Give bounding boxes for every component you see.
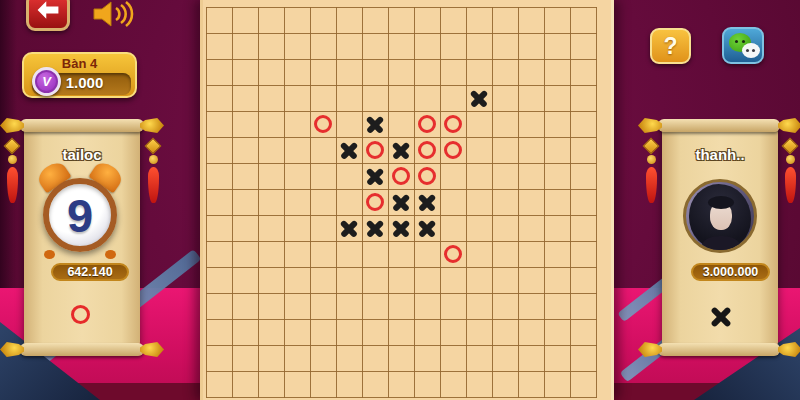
right-player-symbol-x (708, 304, 734, 330)
timer-seconds: 9 (43, 178, 117, 252)
black-x-piece (362, 163, 388, 189)
red-o-piece (414, 137, 440, 163)
wechat-share-button[interactable] (722, 27, 764, 64)
right-player-avatar (683, 179, 757, 253)
red-o-piece (414, 163, 440, 189)
black-x-piece (336, 137, 362, 163)
scroll-finial (638, 117, 662, 134)
wechat-bubble-icon (742, 43, 760, 58)
back-arrow-icon (35, 0, 61, 24)
scroll-rod (658, 119, 780, 132)
tassel-ornament (781, 140, 799, 203)
black-x-piece (362, 111, 388, 137)
game-screen: Bàn 4 1.000 V ? tailoc 9 V 642.140 (0, 0, 800, 400)
black-x-piece (388, 137, 414, 163)
sound-button[interactable] (92, 0, 138, 28)
red-o-piece (310, 111, 336, 137)
board-grid[interactable] (206, 7, 597, 398)
back-button[interactable] (26, 0, 70, 31)
black-x-piece (414, 189, 440, 215)
red-o-piece (362, 189, 388, 215)
red-o-piece (362, 137, 388, 163)
left-player-name: tailoc (24, 146, 140, 163)
black-x-piece (336, 215, 362, 241)
black-x-piece (414, 215, 440, 241)
black-x-piece (388, 189, 414, 215)
avatar-bangs (708, 196, 734, 209)
red-o-piece (440, 137, 466, 163)
tassel-ornament (3, 140, 21, 203)
help-button[interactable]: ? (650, 28, 691, 64)
question-mark-icon: ? (663, 33, 677, 60)
scroll-rod (658, 343, 780, 356)
scroll-rod (20, 119, 144, 132)
game-board[interactable] (200, 0, 614, 400)
tassel-ornament (642, 140, 660, 203)
room-banner: Bàn 4 1.000 V (22, 52, 137, 98)
red-o-piece (414, 111, 440, 137)
right-player-name: thanh.. (662, 146, 778, 163)
black-x-piece (388, 215, 414, 241)
chip-icon: V (32, 67, 61, 96)
speaker-icon (92, 14, 138, 31)
scroll-finial (778, 117, 800, 134)
tassel-ornament (144, 140, 162, 203)
left-player-chips: 642.140 (51, 263, 129, 281)
right-player-chips: 3.000.000 (691, 263, 770, 281)
turn-timer-clock: 9 (30, 164, 130, 264)
red-o-piece (440, 241, 466, 267)
left-player-symbol-o (71, 305, 90, 324)
red-o-piece (440, 111, 466, 137)
last-move-marker (362, 215, 388, 241)
scroll-rod (20, 343, 144, 356)
scroll-finial (140, 117, 164, 134)
black-x-piece (466, 85, 492, 111)
red-o-piece (388, 163, 414, 189)
